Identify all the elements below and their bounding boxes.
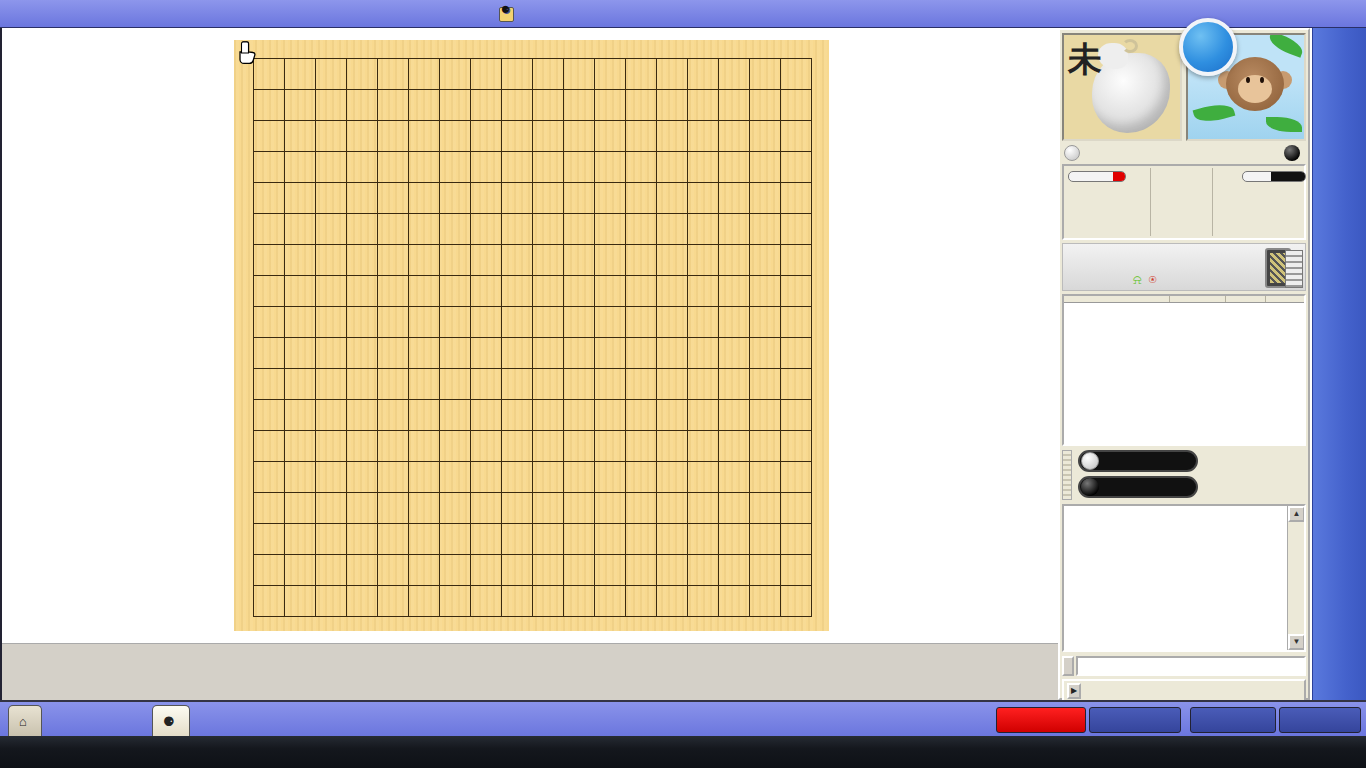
white-player-avatar: 未 bbox=[1062, 33, 1182, 141]
white-player-name bbox=[1064, 145, 1084, 161]
game-sidebar: 未 bbox=[1058, 28, 1310, 700]
black-stone-icon bbox=[1284, 145, 1300, 161]
exit-button[interactable] bbox=[1279, 707, 1361, 733]
announcement-scrollbar[interactable]: ▲ ▼ bbox=[1287, 506, 1304, 650]
mouse-cursor-icon bbox=[234, 40, 258, 70]
game-clock-bubble bbox=[1179, 18, 1237, 76]
black-stone-icon bbox=[1081, 478, 1099, 496]
announcement-box: ▲ ▼ bbox=[1062, 504, 1306, 652]
android-icon: ⍾ bbox=[1133, 272, 1142, 287]
right-toolbar bbox=[1312, 28, 1366, 700]
participants-header bbox=[1064, 296, 1304, 303]
home-icon: ⌂ bbox=[19, 714, 27, 729]
windows-taskbar bbox=[0, 736, 1366, 768]
divider-strip bbox=[1062, 450, 1072, 500]
black-time-bar bbox=[1242, 171, 1306, 182]
call-admin-button[interactable] bbox=[1089, 707, 1181, 733]
white-support-bar bbox=[1078, 450, 1198, 472]
participants-table bbox=[1062, 294, 1306, 446]
room-title bbox=[495, 0, 518, 28]
same-rank-game-button[interactable] bbox=[996, 707, 1086, 733]
board-grid[interactable] bbox=[253, 58, 812, 617]
player-names bbox=[1064, 145, 1304, 161]
tab-room[interactable]: ⚈ bbox=[152, 705, 190, 736]
board-controls bbox=[2, 643, 1058, 700]
greeting-button[interactable] bbox=[1062, 656, 1074, 676]
main-area: 未 bbox=[0, 28, 1366, 700]
go-board[interactable] bbox=[234, 40, 829, 631]
board-zone bbox=[2, 28, 1058, 700]
black-player-name bbox=[1284, 145, 1304, 161]
white-stone-icon bbox=[1064, 145, 1080, 161]
expand-button[interactable]: ▶ bbox=[1067, 683, 1081, 699]
white-stone-icon bbox=[1081, 452, 1099, 470]
apple-icon: ⍟ bbox=[1149, 272, 1157, 287]
chat-input[interactable] bbox=[1076, 656, 1306, 676]
scroll-up-icon[interactable]: ▲ bbox=[1288, 506, 1305, 522]
room-board-icon bbox=[499, 7, 514, 22]
white-time-bar bbox=[1068, 171, 1126, 182]
go-board-icon: ⚈ bbox=[163, 714, 175, 729]
scroll-down-icon[interactable]: ▼ bbox=[1288, 634, 1305, 650]
os-icons: ⍾ ⍟ bbox=[1133, 272, 1157, 288]
support-row bbox=[1062, 450, 1306, 500]
title-bar bbox=[0, 0, 1366, 28]
timer-panel bbox=[1062, 164, 1306, 240]
app-promo-banner[interactable]: ⍾ ⍟ bbox=[1062, 243, 1306, 291]
greeting-row bbox=[1062, 656, 1306, 676]
phone-image bbox=[1265, 248, 1291, 288]
sms-button[interactable] bbox=[1190, 707, 1276, 733]
bottom-tab-bar: ⌂ ⚈ bbox=[0, 700, 1366, 736]
tab-lobby[interactable]: ⌂ bbox=[8, 705, 42, 736]
black-support-bar bbox=[1078, 476, 1198, 498]
